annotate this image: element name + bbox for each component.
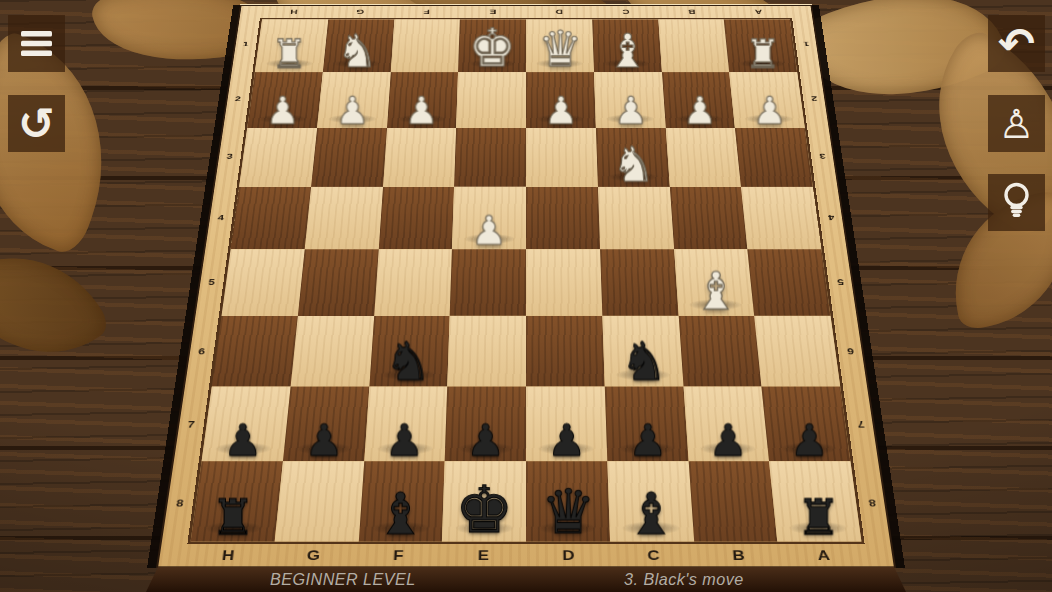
square-d3[interactable] — [526, 128, 598, 187]
piece-white-pawn-f2[interactable]: ♟ — [405, 92, 439, 130]
piece-white-bishop-c1[interactable]: ♝ — [607, 28, 649, 74]
square-g5[interactable] — [298, 249, 379, 315]
piece-black-pawn-d7[interactable]: ♟ — [547, 419, 586, 463]
square-h2[interactable]: ♟ — [247, 72, 322, 128]
square-a8[interactable]: ♜ — [769, 461, 861, 541]
square-a4[interactable] — [741, 187, 821, 249]
piece-white-pawn-h2[interactable]: ♟ — [265, 92, 299, 130]
square-f4[interactable] — [378, 187, 454, 249]
status-bar: BEGINNER LEVEL 3. Black's move — [146, 567, 906, 592]
undo-arrow-icon: ↶ — [998, 22, 1035, 66]
file-label-top-f: F — [423, 8, 430, 15]
square-e1[interactable]: ♚ — [458, 19, 526, 72]
square-d4[interactable] — [526, 187, 600, 249]
square-f2[interactable]: ♟ — [387, 72, 459, 128]
square-c2[interactable]: ♟ — [594, 72, 666, 128]
piece-white-king-e1[interactable]: ♚ — [469, 22, 516, 75]
rank-label-left-5: 5 — [208, 278, 216, 287]
square-c6[interactable]: ♞ — [602, 316, 683, 387]
square-a3[interactable] — [735, 128, 813, 187]
piece-white-pawn-c2[interactable]: ♟ — [613, 92, 647, 130]
file-label-bottom-e: E — [478, 548, 490, 564]
piece-white-rook-h1[interactable]: ♜ — [271, 34, 307, 74]
square-f3[interactable] — [383, 128, 457, 187]
piece-black-pawn-e7[interactable]: ♟ — [466, 419, 505, 463]
pawn-outline-icon: ♙ — [999, 104, 1035, 144]
piece-white-pawn-b2[interactable]: ♟ — [683, 92, 717, 130]
file-label-top-c: C — [622, 8, 630, 15]
square-f5[interactable] — [374, 249, 452, 315]
square-e6[interactable] — [447, 316, 526, 387]
rank-label-right-3: 3 — [819, 152, 826, 160]
file-label-bottom-a: A — [817, 548, 831, 564]
square-e7[interactable]: ♟ — [445, 386, 526, 461]
undo-button[interactable]: ↶ — [988, 15, 1045, 72]
square-c7[interactable]: ♟ — [605, 386, 689, 461]
square-h3[interactable] — [239, 128, 317, 187]
square-e3[interactable] — [454, 128, 526, 187]
square-b5[interactable]: ♝ — [674, 249, 755, 315]
square-b1[interactable] — [658, 19, 729, 72]
square-g8[interactable] — [274, 461, 363, 541]
square-f7[interactable]: ♟ — [364, 386, 448, 461]
chess-board: HGFEDCBA 12345678 12345678 ♜♞♚♛♝♜♟♟♟♟♟♟♟… — [156, 5, 896, 568]
square-h8[interactable]: ♜ — [191, 461, 283, 541]
piece-black-knight-c6[interactable]: ♞ — [620, 335, 667, 388]
square-a6[interactable] — [754, 316, 840, 387]
piece-white-queen-d1[interactable]: ♛ — [538, 25, 582, 74]
square-h1[interactable]: ♜ — [255, 19, 328, 72]
piece-black-pawn-h7[interactable]: ♟ — [223, 419, 262, 463]
square-e2[interactable] — [456, 72, 526, 128]
piece-black-pawn-b7[interactable]: ♟ — [709, 419, 748, 463]
rotate-board-button[interactable]: ↺ — [8, 95, 65, 152]
file-label-top-g: G — [356, 8, 364, 15]
level-label: BEGINNER LEVEL — [270, 570, 416, 590]
rank-label-left-2: 2 — [234, 95, 241, 103]
files-top: HGFEDCBA — [260, 6, 792, 17]
square-a1[interactable]: ♜ — [724, 19, 797, 72]
square-e4[interactable]: ♟ — [452, 187, 526, 249]
square-b6[interactable] — [678, 316, 761, 387]
piece-white-knight-c3[interactable]: ♞ — [612, 141, 655, 189]
square-c5[interactable] — [600, 249, 678, 315]
rank-label-left-4: 4 — [217, 213, 224, 222]
square-g2[interactable]: ♟ — [317, 72, 391, 128]
square-d2[interactable]: ♟ — [526, 72, 596, 128]
square-d5[interactable] — [526, 249, 602, 315]
rank-label-right-6: 6 — [846, 346, 854, 356]
square-d1[interactable]: ♛ — [526, 19, 594, 72]
piece-black-bishop-c8[interactable]: ♝ — [626, 486, 677, 543]
rotate-ccw-icon: ↺ — [18, 102, 55, 146]
square-g7[interactable]: ♟ — [283, 386, 369, 461]
rank-label-right-1: 1 — [803, 40, 810, 48]
piece-white-bishop-b5[interactable]: ♝ — [693, 265, 740, 317]
square-c1[interactable]: ♝ — [592, 19, 662, 72]
square-b8[interactable] — [688, 461, 777, 541]
square-a2[interactable]: ♟ — [729, 72, 804, 128]
file-label-bottom-b: B — [732, 548, 746, 564]
square-a5[interactable] — [748, 249, 831, 315]
piece-black-king-e8[interactable]: ♚ — [455, 478, 513, 543]
file-label-top-e: E — [489, 8, 496, 15]
square-d8[interactable]: ♛ — [526, 461, 610, 541]
file-label-bottom-g: G — [306, 548, 321, 564]
square-c3[interactable]: ♞ — [596, 128, 670, 187]
file-label-bottom-f: F — [393, 548, 404, 564]
piece-white-pawn-e4[interactable]: ♟ — [471, 211, 507, 251]
rank-label-left-8: 8 — [175, 497, 184, 509]
app-background: { "game": "chess", "position": { "fen": … — [0, 0, 1052, 592]
piece-white-pawn-a2[interactable]: ♟ — [753, 92, 787, 130]
piece-white-pawn-g2[interactable]: ♟ — [335, 92, 369, 130]
rank-label-right-2: 2 — [811, 95, 818, 103]
rank-label-left-1: 1 — [242, 40, 249, 48]
square-h5[interactable] — [222, 249, 305, 315]
square-d6[interactable] — [526, 316, 605, 387]
file-label-bottom-h: H — [221, 548, 235, 564]
square-h6[interactable] — [212, 316, 298, 387]
piece-black-rook-a8[interactable]: ♜ — [797, 493, 841, 542]
hamburger-icon — [8, 15, 65, 72]
file-label-top-d: D — [555, 8, 562, 15]
piece-black-knight-f6[interactable]: ♞ — [385, 335, 432, 388]
board-grid: ♜♞♚♛♝♜♟♟♟♟♟♟♟♞♟♝♞♞♟♟♟♟♟♟♟♟♜♝♚♛♝♜ — [187, 18, 864, 544]
piece-black-queen-d8[interactable]: ♛ — [540, 482, 595, 543]
piece-black-pawn-c7[interactable]: ♟ — [628, 419, 667, 463]
rank-label-right-4: 4 — [827, 213, 834, 222]
file-label-bottom-c: C — [647, 548, 660, 564]
square-b2[interactable]: ♟ — [662, 72, 736, 128]
file-label-top-a: A — [754, 8, 762, 15]
piece-black-pawn-f7[interactable]: ♟ — [385, 419, 424, 463]
piece-black-rook-h8[interactable]: ♜ — [211, 493, 255, 542]
square-e8[interactable]: ♚ — [442, 461, 526, 541]
piece-black-pawn-a7[interactable]: ♟ — [790, 419, 829, 463]
files-bottom: HGFEDCBA — [184, 546, 867, 566]
move-indicator: 3. Black's move — [624, 570, 744, 590]
square-g6[interactable] — [290, 316, 373, 387]
menu-button[interactable] — [8, 15, 65, 72]
rank-label-left-3: 3 — [226, 152, 233, 160]
square-a7[interactable]: ♟ — [762, 386, 851, 461]
square-b7[interactable]: ♟ — [683, 386, 769, 461]
square-h4[interactable] — [231, 187, 311, 249]
piece-white-knight-g1[interactable]: ♞ — [336, 29, 377, 75]
hint-button[interactable] — [988, 174, 1045, 231]
rank-label-left-6: 6 — [198, 346, 206, 356]
square-g1[interactable]: ♞ — [323, 19, 394, 72]
piece-style-button[interactable]: ♙ — [988, 95, 1045, 152]
square-g3[interactable] — [311, 128, 387, 187]
piece-white-pawn-d2[interactable]: ♟ — [544, 92, 578, 130]
file-label-top-b: B — [688, 8, 696, 15]
rank-label-left-7: 7 — [187, 419, 195, 430]
piece-white-rook-a1[interactable]: ♜ — [745, 34, 781, 74]
square-f1[interactable] — [390, 19, 460, 72]
square-b4[interactable] — [669, 187, 747, 249]
piece-black-bishop-f8[interactable]: ♝ — [375, 486, 426, 543]
file-label-bottom-d: D — [562, 548, 574, 564]
square-h7[interactable]: ♟ — [202, 386, 291, 461]
square-c4[interactable] — [598, 187, 674, 249]
square-f6[interactable]: ♞ — [369, 316, 450, 387]
square-d7[interactable]: ♟ — [526, 386, 607, 461]
rank-label-right-8: 8 — [868, 497, 877, 509]
square-e5[interactable] — [450, 249, 526, 315]
square-b3[interactable] — [665, 128, 741, 187]
piece-black-pawn-g7[interactable]: ♟ — [304, 419, 343, 463]
square-c8[interactable]: ♝ — [607, 461, 694, 541]
square-f8[interactable]: ♝ — [358, 461, 445, 541]
rank-label-right-7: 7 — [857, 419, 865, 430]
file-label-top-h: H — [290, 8, 298, 15]
square-g4[interactable] — [304, 187, 382, 249]
rank-label-right-5: 5 — [837, 278, 845, 287]
lightbulb-icon — [988, 174, 1045, 231]
